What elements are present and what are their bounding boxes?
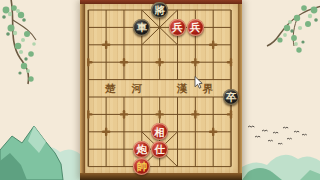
piece-black-general[interactable]: 將: [151, 2, 168, 19]
piece-red-soldier[interactable]: 兵: [187, 19, 204, 36]
piece-red-advisor[interactable]: 仕: [151, 141, 168, 158]
piece-black-soldier[interactable]: 卒: [223, 89, 240, 106]
xiangqi-game-screen: 楚河 漢界 將車兵兵卒相炮仕帥: [0, 0, 320, 180]
piece-red-general[interactable]: 帥: [133, 158, 150, 175]
piece-black-chariot[interactable]: 車: [133, 19, 150, 36]
piece-red-cannon[interactable]: 炮: [133, 141, 150, 158]
pieces-layer: 將車兵兵卒相炮仕帥: [0, 0, 320, 180]
piece-red-soldier[interactable]: 兵: [169, 19, 186, 36]
piece-red-elephant[interactable]: 相: [151, 123, 168, 140]
mouse-cursor: [194, 76, 203, 89]
